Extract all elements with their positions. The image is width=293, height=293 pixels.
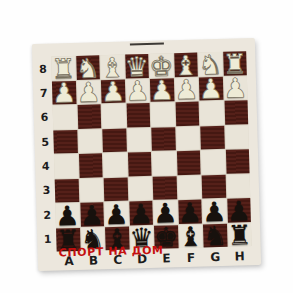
file-label-g: G bbox=[208, 250, 222, 264]
square-g4 bbox=[201, 150, 225, 174]
square-e3 bbox=[153, 176, 177, 200]
rank-label-2: 2 bbox=[40, 208, 53, 221]
white-bishop: ♝ bbox=[100, 53, 125, 81]
white-knight: ♞ bbox=[198, 50, 223, 78]
square-a2: ♟ bbox=[55, 203, 79, 227]
square-c3 bbox=[104, 177, 128, 201]
square-d6 bbox=[126, 103, 150, 127]
square-a7: ♟ bbox=[52, 80, 76, 104]
square-h8: ♜ bbox=[223, 51, 247, 75]
square-c5 bbox=[102, 128, 126, 152]
square-c4 bbox=[103, 153, 127, 177]
square-e5 bbox=[151, 127, 175, 151]
square-f3 bbox=[177, 175, 201, 199]
square-e8: ♚ bbox=[149, 53, 173, 77]
white-rook: ♜ bbox=[51, 54, 76, 82]
square-a3 bbox=[55, 178, 79, 202]
square-g7: ♟ bbox=[199, 76, 223, 100]
square-b8: ♞ bbox=[76, 55, 100, 79]
square-d8: ♛ bbox=[125, 54, 149, 78]
square-e2: ♟ bbox=[153, 200, 177, 224]
square-g8: ♞ bbox=[198, 52, 222, 76]
product-photo: ♜♞♝♛♚♝♞♜♟♟♟♟♟♟♟♟♟♟♟♟♟♟♟♟♜♞♝♛♚♝♞♜ 8765432… bbox=[0, 0, 293, 293]
black-pawn: ♟ bbox=[128, 199, 153, 227]
white-pawn: ♟ bbox=[198, 75, 223, 103]
white-pawn: ♟ bbox=[223, 74, 248, 102]
rank-label-3: 3 bbox=[40, 184, 53, 197]
square-d3 bbox=[128, 176, 152, 200]
black-pawn: ♟ bbox=[79, 201, 104, 229]
square-a4 bbox=[54, 154, 78, 178]
square-b5 bbox=[78, 129, 102, 153]
square-b2: ♟ bbox=[80, 202, 104, 226]
square-b4 bbox=[78, 153, 102, 177]
black-knight: ♞ bbox=[203, 222, 228, 250]
chess-board: ♜♞♝♛♚♝♞♜♟♟♟♟♟♟♟♟♟♟♟♟♟♟♟♟♜♞♝♛♚♝♞♜ bbox=[51, 51, 251, 251]
board-fold-line bbox=[130, 42, 164, 45]
white-pawn: ♟ bbox=[52, 79, 77, 107]
rank-label-8: 8 bbox=[36, 62, 49, 75]
square-d7: ♟ bbox=[125, 78, 149, 102]
square-b3 bbox=[79, 178, 103, 202]
rank-label-4: 4 bbox=[39, 160, 52, 173]
rank-label-5: 5 bbox=[38, 135, 51, 148]
black-pawn: ♟ bbox=[104, 200, 129, 228]
square-f2: ♟ bbox=[178, 199, 202, 223]
black-bishop: ♝ bbox=[178, 222, 203, 250]
file-label-f: F bbox=[184, 251, 198, 265]
black-pawn: ♟ bbox=[55, 201, 80, 229]
black-pawn: ♟ bbox=[226, 197, 251, 225]
square-f7: ♟ bbox=[174, 77, 198, 101]
white-pawn: ♟ bbox=[100, 78, 125, 106]
white-rook: ♜ bbox=[222, 50, 247, 78]
square-e6 bbox=[151, 102, 175, 126]
black-rook: ♜ bbox=[227, 221, 252, 249]
white-bishop: ♝ bbox=[173, 51, 198, 79]
white-pawn: ♟ bbox=[125, 77, 150, 105]
square-d4 bbox=[127, 152, 151, 176]
white-knight: ♞ bbox=[75, 54, 100, 82]
square-f5 bbox=[176, 126, 200, 150]
square-g3 bbox=[202, 174, 226, 198]
square-a6 bbox=[53, 105, 77, 129]
square-c6 bbox=[102, 104, 126, 128]
square-h7: ♟ bbox=[223, 76, 247, 100]
black-pawn: ♟ bbox=[202, 197, 227, 225]
white-king: ♚ bbox=[149, 52, 174, 80]
white-pawn: ♟ bbox=[174, 76, 199, 104]
white-queen: ♛ bbox=[124, 52, 149, 80]
white-pawn: ♟ bbox=[149, 76, 174, 104]
black-pawn: ♟ bbox=[153, 199, 178, 227]
square-b7: ♟ bbox=[76, 80, 100, 104]
rank-label-6: 6 bbox=[38, 111, 51, 124]
square-a5 bbox=[53, 129, 77, 153]
square-f8: ♝ bbox=[174, 53, 198, 77]
square-a8: ♜ bbox=[51, 56, 75, 80]
rank-label-1: 1 bbox=[41, 233, 54, 246]
square-f6 bbox=[175, 102, 199, 126]
square-b6 bbox=[77, 104, 101, 128]
square-g6 bbox=[200, 101, 224, 125]
square-g5 bbox=[200, 125, 224, 149]
square-h3 bbox=[226, 174, 250, 198]
file-label-h: H bbox=[233, 249, 247, 263]
square-h6 bbox=[224, 100, 248, 124]
square-g1: ♞ bbox=[203, 223, 227, 247]
square-g2: ♟ bbox=[202, 199, 226, 223]
square-e7: ♟ bbox=[150, 78, 174, 102]
square-h1: ♜ bbox=[227, 223, 251, 247]
square-c8: ♝ bbox=[100, 55, 124, 79]
black-pawn: ♟ bbox=[177, 198, 202, 226]
square-f4 bbox=[176, 151, 200, 175]
square-h5 bbox=[225, 125, 249, 149]
square-c2: ♟ bbox=[104, 202, 128, 226]
square-d5 bbox=[127, 127, 151, 151]
rank-label-7: 7 bbox=[37, 87, 50, 100]
square-d2: ♟ bbox=[129, 201, 153, 225]
square-e4 bbox=[152, 151, 176, 175]
square-f1: ♝ bbox=[178, 224, 202, 248]
square-c7: ♟ bbox=[101, 79, 125, 103]
chess-board-sheet: ♜♞♝♛♚♝♞♜♟♟♟♟♟♟♟♟♟♟♟♟♟♟♟♟♜♞♝♛♚♝♞♜ 8765432… bbox=[32, 38, 261, 271]
white-pawn: ♟ bbox=[76, 78, 101, 106]
square-h2: ♟ bbox=[227, 198, 251, 222]
square-h4 bbox=[225, 149, 249, 173]
